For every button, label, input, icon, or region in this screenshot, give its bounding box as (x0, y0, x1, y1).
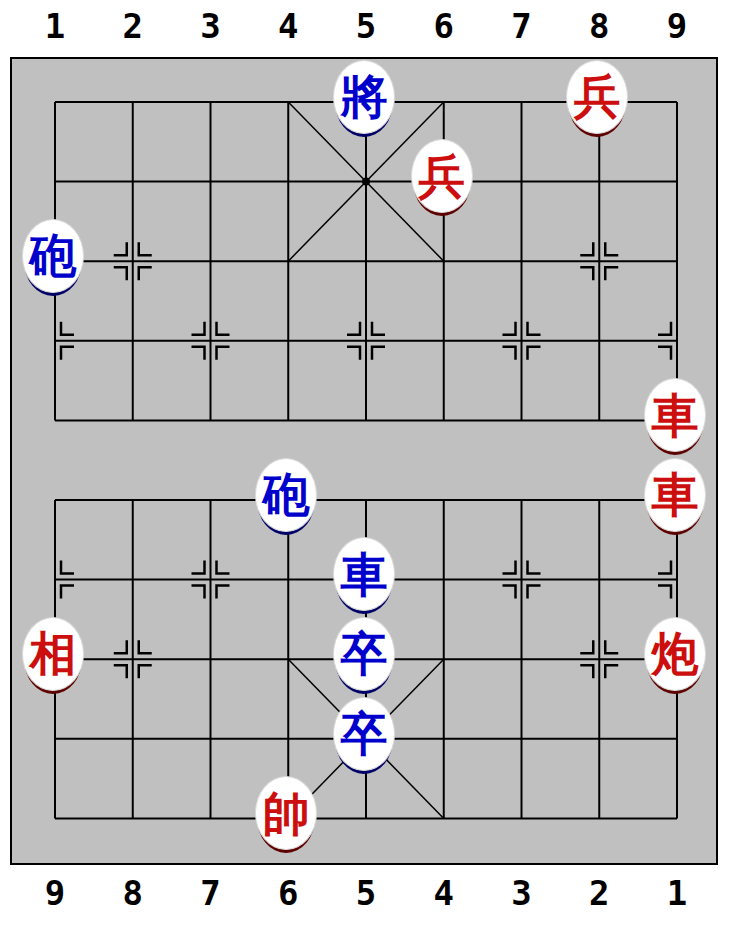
piece-blue-general[interactable]: 將 (333, 60, 395, 134)
file-label-top-3: 3 (189, 6, 233, 46)
xiangqi-diagram: 123456789 將兵兵砲車砲車車相卒炮卒帥 987654321 (0, 0, 750, 927)
file-label-top-5: 5 (344, 6, 388, 46)
piece-blue-pawn-2[interactable]: 卒 (333, 697, 395, 771)
piece-red-pawn-2[interactable]: 兵 (411, 139, 473, 213)
file-labels-top: 123456789 (0, 0, 750, 57)
piece-blue-cannon-1[interactable]: 砲 (22, 219, 84, 293)
file-label-bottom-5: 5 (344, 873, 388, 913)
file-label-top-1: 1 (33, 6, 77, 46)
piece-red-cannon[interactable]: 炮 (644, 617, 706, 691)
file-label-bottom-7: 7 (189, 873, 233, 913)
file-labels-bottom: 987654321 (0, 865, 750, 927)
file-label-bottom-9: 9 (33, 873, 77, 913)
file-label-bottom-6: 6 (266, 873, 310, 913)
piece-grid: 將兵兵砲車砲車車相卒炮卒帥 (16, 62, 716, 858)
file-label-bottom-8: 8 (111, 873, 155, 913)
file-label-bottom-2: 2 (577, 873, 621, 913)
piece-blue-cannon-2[interactable]: 砲 (255, 458, 317, 532)
file-label-bottom-4: 4 (422, 873, 466, 913)
piece-red-chariot-2[interactable]: 車 (644, 458, 706, 532)
piece-red-general[interactable]: 帥 (255, 776, 317, 850)
xiangqi-board: 將兵兵砲車砲車車相卒炮卒帥 (10, 57, 718, 865)
piece-blue-chariot[interactable]: 車 (333, 537, 395, 611)
file-label-top-2: 2 (111, 6, 155, 46)
file-label-bottom-1: 1 (655, 873, 699, 913)
file-label-bottom-3: 3 (500, 873, 544, 913)
piece-red-pawn-1[interactable]: 兵 (566, 60, 628, 134)
file-label-top-6: 6 (422, 6, 466, 46)
piece-red-elephant[interactable]: 相 (22, 617, 84, 691)
piece-red-chariot-1[interactable]: 車 (644, 378, 706, 452)
piece-blue-pawn-1[interactable]: 卒 (333, 617, 395, 691)
file-label-top-8: 8 (577, 6, 621, 46)
file-label-top-4: 4 (266, 6, 310, 46)
file-label-top-7: 7 (500, 6, 544, 46)
file-label-top-9: 9 (655, 6, 699, 46)
